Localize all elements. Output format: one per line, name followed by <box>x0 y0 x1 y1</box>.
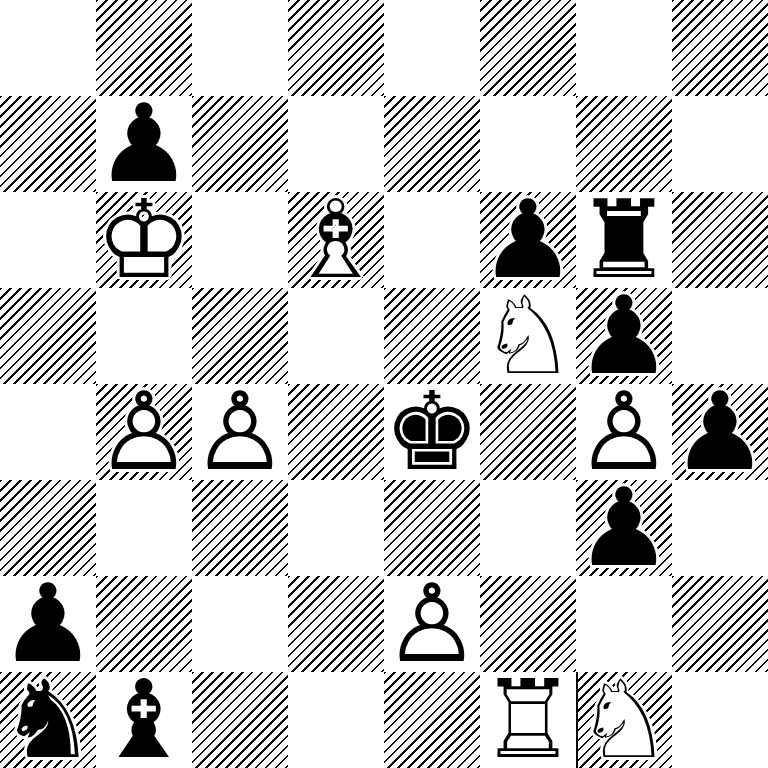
square-g5[interactable]: ♟ <box>576 288 672 384</box>
square-d7[interactable] <box>288 96 384 192</box>
square-a1[interactable]: ♞ <box>0 672 96 768</box>
square-e5[interactable] <box>384 288 480 384</box>
square-d4[interactable] <box>288 384 384 480</box>
square-b3[interactable] <box>96 480 192 576</box>
square-c7[interactable] <box>192 96 288 192</box>
square-e7[interactable] <box>384 96 480 192</box>
square-d5[interactable] <box>288 288 384 384</box>
square-f4[interactable] <box>480 384 576 480</box>
square-b2[interactable] <box>96 576 192 672</box>
square-f6[interactable]: ♟ <box>480 192 576 288</box>
square-e6[interactable] <box>384 192 480 288</box>
piece-white-bishop[interactable]: ♝♗ <box>288 192 384 288</box>
piece-white-pawn[interactable]: ♟♙ <box>576 384 672 480</box>
square-f2[interactable] <box>480 576 576 672</box>
square-b5[interactable] <box>96 288 192 384</box>
square-f5[interactable]: ♞♘ <box>480 288 576 384</box>
square-c2[interactable] <box>192 576 288 672</box>
square-g8[interactable] <box>576 0 672 96</box>
square-c4[interactable]: ♟♙ <box>192 384 288 480</box>
piece-white-pawn[interactable]: ♟♙ <box>96 384 192 480</box>
piece-outline-layer: ♘ <box>480 288 576 384</box>
piece-black-knight[interactable]: ♞ <box>0 672 96 768</box>
square-b8[interactable] <box>96 0 192 96</box>
piece-white-king[interactable]: ♚♔ <box>96 192 192 288</box>
piece-white-knight[interactable]: ♞♘ <box>576 672 672 768</box>
square-b6[interactable]: ♚♔ <box>96 192 192 288</box>
piece-black-pawn[interactable]: ♟ <box>672 384 768 480</box>
square-g4[interactable]: ♟♙ <box>576 384 672 480</box>
square-g1[interactable]: ♞♘ <box>576 672 672 768</box>
square-h2[interactable] <box>672 576 768 672</box>
piece-black-pawn[interactable]: ♟ <box>0 576 96 672</box>
square-h4[interactable]: ♟ <box>672 384 768 480</box>
piece-outline-layer: ♙ <box>192 384 288 480</box>
piece-black-king[interactable]: ♚ <box>384 384 480 480</box>
chess-board: ♟♚♔♝♗♟♜♞♘♟♟♙♟♙♚♟♙♟♟♟♟♙♞♝♜♖♞♘ <box>0 0 768 768</box>
piece-black-pawn[interactable]: ♟ <box>96 96 192 192</box>
piece-black-rook[interactable]: ♜ <box>576 192 672 288</box>
square-f1[interactable]: ♜♖ <box>480 672 576 768</box>
square-c3[interactable] <box>192 480 288 576</box>
square-c5[interactable] <box>192 288 288 384</box>
piece-outline-layer: ♙ <box>96 384 192 480</box>
piece-outline-layer: ♙ <box>384 576 480 672</box>
piece-white-knight[interactable]: ♞♘ <box>480 288 576 384</box>
square-h5[interactable] <box>672 288 768 384</box>
square-a2[interactable]: ♟ <box>0 576 96 672</box>
square-c6[interactable] <box>192 192 288 288</box>
square-c8[interactable] <box>192 0 288 96</box>
square-g7[interactable] <box>576 96 672 192</box>
piece-outline-layer: ♔ <box>96 192 192 288</box>
square-a7[interactable] <box>0 96 96 192</box>
square-e3[interactable] <box>384 480 480 576</box>
square-f3[interactable] <box>480 480 576 576</box>
square-g3[interactable]: ♟ <box>576 480 672 576</box>
square-e1[interactable] <box>384 672 480 768</box>
square-e2[interactable]: ♟♙ <box>384 576 480 672</box>
square-f7[interactable] <box>480 96 576 192</box>
square-h1[interactable] <box>672 672 768 768</box>
piece-black-pawn[interactable]: ♟ <box>576 288 672 384</box>
square-h6[interactable] <box>672 192 768 288</box>
square-a6[interactable] <box>0 192 96 288</box>
piece-black-bishop[interactable]: ♝ <box>96 672 192 768</box>
piece-white-pawn[interactable]: ♟♙ <box>192 384 288 480</box>
square-g6[interactable]: ♜ <box>576 192 672 288</box>
square-a5[interactable] <box>0 288 96 384</box>
square-e4[interactable]: ♚ <box>384 384 480 480</box>
piece-white-rook[interactable]: ♜♖ <box>480 672 576 768</box>
square-b1[interactable]: ♝ <box>96 672 192 768</box>
square-h3[interactable] <box>672 480 768 576</box>
square-g2[interactable] <box>576 576 672 672</box>
square-d8[interactable] <box>288 0 384 96</box>
square-d3[interactable] <box>288 480 384 576</box>
square-b7[interactable]: ♟ <box>96 96 192 192</box>
piece-white-pawn[interactable]: ♟♙ <box>384 576 480 672</box>
square-d6[interactable]: ♝♗ <box>288 192 384 288</box>
piece-black-pawn[interactable]: ♟ <box>576 480 672 576</box>
square-h8[interactable] <box>672 0 768 96</box>
piece-outline-layer: ♙ <box>576 384 672 480</box>
square-f8[interactable] <box>480 0 576 96</box>
square-b4[interactable]: ♟♙ <box>96 384 192 480</box>
piece-black-pawn[interactable]: ♟ <box>480 192 576 288</box>
piece-outline-layer: ♘ <box>576 672 672 768</box>
square-a8[interactable] <box>0 0 96 96</box>
square-d1[interactable] <box>288 672 384 768</box>
square-c1[interactable] <box>192 672 288 768</box>
square-h7[interactable] <box>672 96 768 192</box>
square-a3[interactable] <box>0 480 96 576</box>
square-e8[interactable] <box>384 0 480 96</box>
square-d2[interactable] <box>288 576 384 672</box>
square-a4[interactable] <box>0 384 96 480</box>
piece-outline-layer: ♗ <box>288 192 384 288</box>
piece-outline-layer: ♖ <box>480 672 576 768</box>
